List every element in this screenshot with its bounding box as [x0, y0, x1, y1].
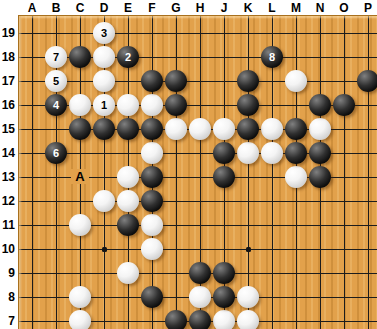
- stone-white-J7[interactable]: [213, 310, 235, 329]
- stone-black-N13[interactable]: [309, 166, 331, 188]
- stone-white-C8[interactable]: [69, 286, 91, 308]
- stone-black-H9[interactable]: [189, 262, 211, 284]
- stone-white-J15[interactable]: [213, 118, 235, 140]
- row-label-10: 10: [0, 237, 15, 261]
- stone-white-G15[interactable]: [165, 118, 187, 140]
- stone-black-K15[interactable]: [237, 118, 259, 140]
- stone-black-J8[interactable]: [213, 286, 235, 308]
- col-label-K: K: [236, 0, 260, 15]
- stone-black-C15[interactable]: [69, 118, 91, 140]
- stone-black-C18[interactable]: [69, 46, 91, 68]
- stone-white-M13[interactable]: [285, 166, 307, 188]
- stone-white-D18[interactable]: [93, 46, 115, 68]
- stone-black-F15[interactable]: [141, 118, 163, 140]
- star-point-D10: [102, 247, 107, 252]
- col-label-M: M: [284, 0, 308, 15]
- stone-black-M15[interactable]: [285, 118, 307, 140]
- row-label-7: 7: [0, 309, 15, 329]
- stone-white-B18[interactable]: 7: [45, 46, 67, 68]
- stone-black-J14[interactable]: [213, 142, 235, 164]
- stone-black-G16[interactable]: [165, 94, 187, 116]
- stone-white-F16[interactable]: [141, 94, 163, 116]
- row-label-18: 18: [0, 45, 15, 69]
- stone-black-F13[interactable]: [141, 166, 163, 188]
- row-label-15: 15: [0, 117, 15, 141]
- stone-black-E18[interactable]: 2: [117, 46, 139, 68]
- stone-black-K17[interactable]: [237, 70, 259, 92]
- stone-white-C16[interactable]: [69, 94, 91, 116]
- row-label-9: 9: [0, 261, 15, 285]
- col-label-G: G: [164, 0, 188, 15]
- col-label-D: D: [92, 0, 116, 15]
- col-label-C: C: [68, 0, 92, 15]
- stone-black-B14[interactable]: 6: [45, 142, 67, 164]
- col-label-O: O: [332, 0, 356, 15]
- stone-white-F14[interactable]: [141, 142, 163, 164]
- stone-black-J13[interactable]: [213, 166, 235, 188]
- stone-white-N15[interactable]: [309, 118, 331, 140]
- col-label-J: J: [212, 0, 236, 15]
- stone-white-F10[interactable]: [141, 238, 163, 260]
- stone-white-H15[interactable]: [189, 118, 211, 140]
- stone-black-F17[interactable]: [141, 70, 163, 92]
- stone-black-D15[interactable]: [93, 118, 115, 140]
- stone-black-J9[interactable]: [213, 262, 235, 284]
- star-point-K10: [246, 247, 251, 252]
- stone-black-N16[interactable]: [309, 94, 331, 116]
- stone-white-E12[interactable]: [117, 190, 139, 212]
- col-label-P: P: [356, 0, 377, 15]
- stone-white-C7[interactable]: [69, 310, 91, 329]
- stone-white-K8[interactable]: [237, 286, 259, 308]
- stone-black-M14[interactable]: [285, 142, 307, 164]
- stone-black-G17[interactable]: [165, 70, 187, 92]
- col-label-A: A: [20, 0, 44, 15]
- col-label-L: L: [260, 0, 284, 15]
- stone-black-F12[interactable]: [141, 190, 163, 212]
- col-label-F: F: [140, 0, 164, 15]
- row-label-17: 17: [0, 69, 15, 93]
- stone-white-E9[interactable]: [117, 262, 139, 284]
- stone-white-H8[interactable]: [189, 286, 211, 308]
- row-label-13: 13: [0, 165, 15, 189]
- point-label-A: A: [71, 169, 89, 184]
- stone-white-D19[interactable]: 3: [93, 22, 115, 44]
- go-board-screen: ABCDEFGHJKLMNOP 19181716151413121110987 …: [0, 0, 377, 329]
- stone-black-E15[interactable]: [117, 118, 139, 140]
- stone-white-K7[interactable]: [237, 310, 259, 329]
- col-label-B: B: [44, 0, 68, 15]
- stone-white-L14[interactable]: [261, 142, 283, 164]
- stone-white-C11[interactable]: [69, 214, 91, 236]
- stone-black-K16[interactable]: [237, 94, 259, 116]
- col-label-N: N: [308, 0, 332, 15]
- stone-black-N14[interactable]: [309, 142, 331, 164]
- stone-white-F11[interactable]: [141, 214, 163, 236]
- col-label-H: H: [188, 0, 212, 15]
- stone-white-L15[interactable]: [261, 118, 283, 140]
- stone-white-E16[interactable]: [117, 94, 139, 116]
- stone-white-B17[interactable]: 5: [45, 70, 67, 92]
- stone-black-E11[interactable]: [117, 214, 139, 236]
- stone-white-D16[interactable]: 1: [93, 94, 115, 116]
- row-label-8: 8: [0, 285, 15, 309]
- stone-black-O16[interactable]: [333, 94, 355, 116]
- row-label-14: 14: [0, 141, 15, 165]
- row-label-19: 19: [0, 21, 15, 45]
- stone-black-L18[interactable]: 8: [261, 46, 283, 68]
- row-label-11: 11: [0, 213, 15, 237]
- stone-black-B16[interactable]: 4: [45, 94, 67, 116]
- row-label-12: 12: [0, 189, 15, 213]
- stone-black-H7[interactable]: [189, 310, 211, 329]
- stone-white-E13[interactable]: [117, 166, 139, 188]
- stone-black-F8[interactable]: [141, 286, 163, 308]
- stone-white-M17[interactable]: [285, 70, 307, 92]
- row-label-16: 16: [0, 93, 15, 117]
- stone-white-D17[interactable]: [93, 70, 115, 92]
- stone-black-P17[interactable]: [357, 70, 377, 92]
- stone-white-D12[interactable]: [93, 190, 115, 212]
- stone-white-K14[interactable]: [237, 142, 259, 164]
- stone-black-G7[interactable]: [165, 310, 187, 329]
- col-label-E: E: [116, 0, 140, 15]
